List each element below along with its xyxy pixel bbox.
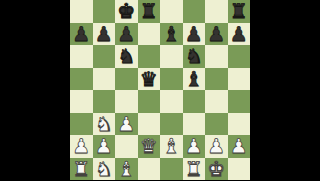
square-c2[interactable] — [115, 135, 138, 158]
piece-black-pawn[interactable]: ♟ — [95, 23, 113, 46]
square-b7[interactable]: ♟ — [93, 23, 116, 46]
square-g3[interactable] — [205, 113, 228, 136]
square-g8[interactable] — [205, 0, 228, 23]
square-d2[interactable]: ♛ — [138, 135, 161, 158]
piece-white-knight[interactable]: ♞ — [95, 158, 113, 181]
square-b8[interactable] — [93, 0, 116, 23]
square-c7[interactable]: ♟ — [115, 23, 138, 46]
piece-black-king[interactable]: ♚ — [117, 0, 135, 23]
square-h1[interactable] — [228, 158, 251, 181]
piece-white-pawn[interactable]: ♟ — [95, 135, 113, 158]
square-d3[interactable] — [138, 113, 161, 136]
square-g5[interactable] — [205, 68, 228, 91]
square-c1[interactable]: ♝ — [115, 158, 138, 181]
square-a7[interactable]: ♟ — [70, 23, 93, 46]
square-f1[interactable]: ♜ — [183, 158, 206, 181]
piece-black-rook[interactable]: ♜ — [230, 0, 248, 23]
square-h8[interactable]: ♜ — [228, 0, 251, 23]
piece-white-rook[interactable]: ♜ — [72, 158, 90, 181]
piece-black-bishop[interactable]: ♝ — [185, 68, 203, 91]
square-f5[interactable]: ♝ — [183, 68, 206, 91]
piece-white-bishop[interactable]: ♝ — [117, 158, 135, 181]
piece-white-pawn[interactable]: ♟ — [230, 135, 248, 158]
square-c5[interactable] — [115, 68, 138, 91]
square-e8[interactable] — [160, 0, 183, 23]
square-f2[interactable]: ♟ — [183, 135, 206, 158]
square-e5[interactable] — [160, 68, 183, 91]
piece-white-pawn[interactable]: ♟ — [117, 113, 135, 136]
square-f3[interactable] — [183, 113, 206, 136]
square-b3[interactable]: ♞ — [93, 113, 116, 136]
square-d7[interactable] — [138, 23, 161, 46]
piece-black-pawn[interactable]: ♟ — [230, 23, 248, 46]
square-d4[interactable] — [138, 90, 161, 113]
square-d8[interactable]: ♜ — [138, 0, 161, 23]
square-b5[interactable] — [93, 68, 116, 91]
square-h4[interactable] — [228, 90, 251, 113]
square-g2[interactable]: ♟ — [205, 135, 228, 158]
square-e1[interactable] — [160, 158, 183, 181]
chess-board: ♚♜♜♟♟♟♝♟♟♟♞♞♛♝♞♟♟♟♛♝♟♟♟♜♞♝♜♚ — [70, 0, 250, 180]
piece-white-rook[interactable]: ♜ — [185, 158, 203, 181]
piece-white-king[interactable]: ♚ — [207, 158, 225, 181]
square-b2[interactable]: ♟ — [93, 135, 116, 158]
piece-black-knight[interactable]: ♞ — [185, 45, 203, 68]
square-g6[interactable] — [205, 45, 228, 68]
square-d6[interactable] — [138, 45, 161, 68]
square-g1[interactable]: ♚ — [205, 158, 228, 181]
square-d5[interactable]: ♛ — [138, 68, 161, 91]
square-a6[interactable] — [70, 45, 93, 68]
square-a4[interactable] — [70, 90, 93, 113]
square-h7[interactable]: ♟ — [228, 23, 251, 46]
piece-black-bishop[interactable]: ♝ — [162, 23, 180, 46]
app-background: ♚♜♜♟♟♟♝♟♟♟♞♞♛♝♞♟♟♟♛♝♟♟♟♜♞♝♜♚ — [0, 0, 320, 180]
square-e2[interactable]: ♝ — [160, 135, 183, 158]
square-e4[interactable] — [160, 90, 183, 113]
square-f8[interactable] — [183, 0, 206, 23]
piece-black-pawn[interactable]: ♟ — [72, 23, 90, 46]
square-a2[interactable]: ♟ — [70, 135, 93, 158]
square-e7[interactable]: ♝ — [160, 23, 183, 46]
square-c3[interactable]: ♟ — [115, 113, 138, 136]
piece-black-pawn[interactable]: ♟ — [117, 23, 135, 46]
square-a3[interactable] — [70, 113, 93, 136]
square-b6[interactable] — [93, 45, 116, 68]
square-c8[interactable]: ♚ — [115, 0, 138, 23]
piece-black-knight[interactable]: ♞ — [117, 45, 135, 68]
piece-white-pawn[interactable]: ♟ — [207, 135, 225, 158]
square-f4[interactable] — [183, 90, 206, 113]
square-a1[interactable]: ♜ — [70, 158, 93, 181]
piece-black-pawn[interactable]: ♟ — [185, 23, 203, 46]
square-f7[interactable]: ♟ — [183, 23, 206, 46]
square-e3[interactable] — [160, 113, 183, 136]
piece-white-queen[interactable]: ♛ — [140, 135, 158, 158]
square-h2[interactable]: ♟ — [228, 135, 251, 158]
piece-black-queen[interactable]: ♛ — [140, 68, 158, 91]
square-c6[interactable]: ♞ — [115, 45, 138, 68]
piece-white-pawn[interactable]: ♟ — [185, 135, 203, 158]
square-e6[interactable] — [160, 45, 183, 68]
piece-white-pawn[interactable]: ♟ — [72, 135, 90, 158]
square-a5[interactable] — [70, 68, 93, 91]
square-d1[interactable] — [138, 158, 161, 181]
piece-black-pawn[interactable]: ♟ — [207, 23, 225, 46]
square-a8[interactable] — [70, 0, 93, 23]
square-h5[interactable] — [228, 68, 251, 91]
square-c4[interactable] — [115, 90, 138, 113]
piece-white-bishop[interactable]: ♝ — [162, 135, 180, 158]
square-h3[interactable] — [228, 113, 251, 136]
square-h6[interactable] — [228, 45, 251, 68]
piece-black-rook[interactable]: ♜ — [140, 0, 158, 23]
square-b4[interactable] — [93, 90, 116, 113]
piece-white-knight[interactable]: ♞ — [95, 113, 113, 136]
square-f6[interactable]: ♞ — [183, 45, 206, 68]
square-g4[interactable] — [205, 90, 228, 113]
square-b1[interactable]: ♞ — [93, 158, 116, 181]
square-g7[interactable]: ♟ — [205, 23, 228, 46]
